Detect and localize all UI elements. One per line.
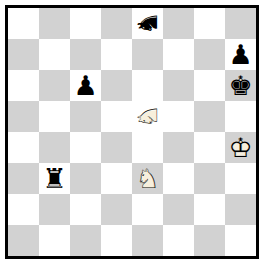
square-f3[interactable] — [163, 163, 194, 194]
square-a3[interactable] — [8, 163, 39, 194]
square-b5[interactable] — [39, 101, 70, 132]
square-b1[interactable] — [39, 225, 70, 256]
square-b3[interactable]: ♜ — [39, 163, 70, 194]
square-g7[interactable] — [194, 39, 225, 70]
square-a6[interactable] — [8, 70, 39, 101]
square-c8[interactable] — [70, 8, 101, 39]
square-e2[interactable] — [132, 194, 163, 225]
square-f2[interactable] — [163, 194, 194, 225]
square-f8[interactable] — [163, 8, 194, 39]
square-d4[interactable] — [101, 132, 132, 163]
black-rook-icon: ♜ — [39, 163, 70, 194]
square-f6[interactable] — [163, 70, 194, 101]
square-b8[interactable] — [39, 8, 70, 39]
square-a1[interactable] — [8, 225, 39, 256]
square-e5[interactable]: ♞♘ — [132, 101, 163, 132]
piece-solid-layer: ♚ — [225, 70, 256, 101]
square-f4[interactable] — [163, 132, 194, 163]
square-a2[interactable] — [8, 194, 39, 225]
square-d3[interactable] — [101, 163, 132, 194]
white-king-icon: ♚♔ — [225, 132, 256, 163]
piece-outline-layer: ♔ — [225, 132, 256, 163]
square-c5[interactable] — [70, 101, 101, 132]
square-d1[interactable] — [101, 225, 132, 256]
piece-solid-layer: ♟ — [70, 70, 101, 101]
black-king-icon: ♚ — [225, 70, 256, 101]
square-a4[interactable] — [8, 132, 39, 163]
black-pawn-icon: ♟ — [225, 39, 256, 70]
black-knight-rotated-icon: ♞ — [132, 8, 163, 39]
square-c2[interactable] — [70, 194, 101, 225]
square-c4[interactable] — [70, 132, 101, 163]
piece-solid-layer: ♞ — [132, 8, 163, 39]
piece-solid-layer: ♟ — [225, 39, 256, 70]
square-h6[interactable]: ♚ — [225, 70, 256, 101]
square-g6[interactable] — [194, 70, 225, 101]
chess-board-frame: ♞♟♟♚♞♘♚♔♜♞♘ — [5, 5, 259, 259]
square-g3[interactable] — [194, 163, 225, 194]
square-h1[interactable] — [225, 225, 256, 256]
square-e4[interactable] — [132, 132, 163, 163]
chess-board: ♞♟♟♚♞♘♚♔♜♞♘ — [8, 8, 256, 256]
piece-outline-layer: ♘ — [132, 101, 163, 132]
square-h4[interactable]: ♚♔ — [225, 132, 256, 163]
square-e8[interactable]: ♞ — [132, 8, 163, 39]
square-g2[interactable] — [194, 194, 225, 225]
square-a8[interactable] — [8, 8, 39, 39]
black-pawn-icon: ♟ — [70, 70, 101, 101]
piece-solid-layer: ♜ — [39, 163, 70, 194]
square-d5[interactable] — [101, 101, 132, 132]
square-g1[interactable] — [194, 225, 225, 256]
square-g4[interactable] — [194, 132, 225, 163]
square-e6[interactable] — [132, 70, 163, 101]
square-f5[interactable] — [163, 101, 194, 132]
square-h7[interactable]: ♟ — [225, 39, 256, 70]
white-knight-icon: ♞♘ — [132, 163, 163, 194]
square-d7[interactable] — [101, 39, 132, 70]
square-b2[interactable] — [39, 194, 70, 225]
square-a5[interactable] — [8, 101, 39, 132]
square-g5[interactable] — [194, 101, 225, 132]
square-e3[interactable]: ♞♘ — [132, 163, 163, 194]
square-f1[interactable] — [163, 225, 194, 256]
square-h3[interactable] — [225, 163, 256, 194]
square-g8[interactable] — [194, 8, 225, 39]
square-b4[interactable] — [39, 132, 70, 163]
square-h5[interactable] — [225, 101, 256, 132]
square-d2[interactable] — [101, 194, 132, 225]
piece-outline-layer: ♘ — [132, 163, 163, 194]
square-b6[interactable] — [39, 70, 70, 101]
square-a7[interactable] — [8, 39, 39, 70]
square-c7[interactable] — [70, 39, 101, 70]
square-f7[interactable] — [163, 39, 194, 70]
square-d6[interactable] — [101, 70, 132, 101]
square-e1[interactable] — [132, 225, 163, 256]
square-b7[interactable] — [39, 39, 70, 70]
square-c3[interactable] — [70, 163, 101, 194]
square-c6[interactable]: ♟ — [70, 70, 101, 101]
square-c1[interactable] — [70, 225, 101, 256]
square-d8[interactable] — [101, 8, 132, 39]
square-e7[interactable] — [132, 39, 163, 70]
white-knight-rotated-icon: ♞♘ — [132, 101, 163, 132]
square-h2[interactable] — [225, 194, 256, 225]
square-h8[interactable] — [225, 8, 256, 39]
